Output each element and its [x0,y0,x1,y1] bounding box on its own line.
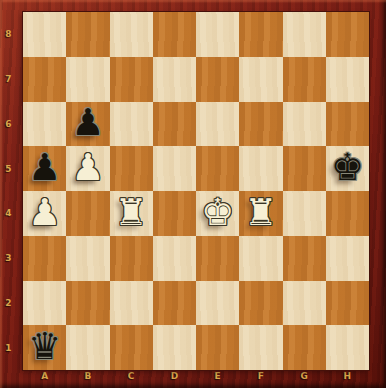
file-label-c: c [110,370,153,388]
square-a6[interactable] [23,102,66,147]
file-label-f: f [239,370,282,388]
square-c8[interactable] [110,12,153,57]
square-b6[interactable]: ♟ [66,102,109,147]
file-label-b: b [66,370,109,388]
white-pawn[interactable]: ♟ [71,149,104,186]
square-f6[interactable] [239,102,282,147]
white-king[interactable]: ♚ [201,194,234,231]
white-pawn[interactable]: ♟ [28,194,61,231]
square-c1[interactable] [110,325,153,370]
square-b3[interactable] [66,236,109,281]
square-h4[interactable] [326,191,369,236]
square-d4[interactable] [153,191,196,236]
square-e5[interactable] [196,146,239,191]
square-a4[interactable]: ♟ [23,191,66,236]
square-c2[interactable] [110,281,153,326]
square-e2[interactable] [196,281,239,326]
square-h1[interactable] [326,325,369,370]
square-h8[interactable] [326,12,369,57]
square-c7[interactable] [110,57,153,102]
square-h7[interactable] [326,57,369,102]
square-d6[interactable] [153,102,196,147]
square-b7[interactable] [66,57,109,102]
square-c6[interactable] [110,102,153,147]
square-f7[interactable] [239,57,282,102]
square-b8[interactable] [66,12,109,57]
chess-board-window: 87654321 abcdefgh ♟♟♟♚♟♜♚♜♛ [0,0,386,388]
black-queen[interactable]: ♛ [28,328,61,365]
square-d1[interactable] [153,325,196,370]
square-e1[interactable] [196,325,239,370]
file-label-e: e [196,370,239,388]
square-g8[interactable] [283,12,326,57]
square-g6[interactable] [283,102,326,147]
square-g3[interactable] [283,236,326,281]
square-f3[interactable] [239,236,282,281]
square-h5[interactable]: ♚ [326,146,369,191]
square-h2[interactable] [326,281,369,326]
file-label-d: d [153,370,196,388]
square-e8[interactable] [196,12,239,57]
square-d7[interactable] [153,57,196,102]
rank-label-6: 6 [0,102,23,147]
square-g4[interactable] [283,191,326,236]
square-d8[interactable] [153,12,196,57]
chess-board: ♟♟♟♚♟♜♚♜♛ [23,12,369,370]
rank-label-8: 8 [0,12,23,57]
rank-labels: 87654321 [0,12,23,370]
square-a2[interactable] [23,281,66,326]
black-pawn[interactable]: ♟ [28,149,61,186]
rank-label-7: 7 [0,57,23,102]
square-f5[interactable] [239,146,282,191]
square-b2[interactable] [66,281,109,326]
file-label-g: g [283,370,326,388]
square-c3[interactable] [110,236,153,281]
square-a5[interactable]: ♟ [23,146,66,191]
square-f1[interactable] [239,325,282,370]
square-f8[interactable] [239,12,282,57]
square-d3[interactable] [153,236,196,281]
square-a1[interactable]: ♛ [23,325,66,370]
file-labels: abcdefgh [23,370,369,388]
file-label-a: a [23,370,66,388]
square-g5[interactable] [283,146,326,191]
square-c4[interactable]: ♜ [110,191,153,236]
rank-label-3: 3 [0,236,23,281]
rank-label-4: 4 [0,191,23,236]
rank-label-2: 2 [0,281,23,326]
square-d2[interactable] [153,281,196,326]
square-h6[interactable] [326,102,369,147]
square-a7[interactable] [23,57,66,102]
black-king[interactable]: ♚ [331,149,364,186]
file-label-h: h [326,370,369,388]
rank-label-5: 5 [0,146,23,191]
square-f4[interactable]: ♜ [239,191,282,236]
square-e4[interactable]: ♚ [196,191,239,236]
square-e3[interactable] [196,236,239,281]
square-b1[interactable] [66,325,109,370]
square-g1[interactable] [283,325,326,370]
square-d5[interactable] [153,146,196,191]
white-rook[interactable]: ♜ [244,194,277,231]
square-f2[interactable] [239,281,282,326]
square-g7[interactable] [283,57,326,102]
square-a3[interactable] [23,236,66,281]
square-g2[interactable] [283,281,326,326]
square-c5[interactable] [110,146,153,191]
black-pawn[interactable]: ♟ [71,104,104,141]
square-e6[interactable] [196,102,239,147]
square-a8[interactable] [23,12,66,57]
square-h3[interactable] [326,236,369,281]
square-b4[interactable] [66,191,109,236]
square-e7[interactable] [196,57,239,102]
square-b5[interactable]: ♟ [66,146,109,191]
rank-label-1: 1 [0,325,23,370]
white-rook[interactable]: ♜ [115,194,148,231]
